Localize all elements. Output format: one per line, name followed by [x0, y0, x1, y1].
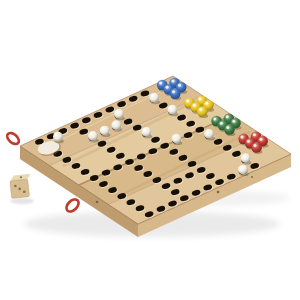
side-dowel-hole-2: [217, 191, 220, 194]
marble-highlight: [240, 135, 243, 138]
marble-highlight: [171, 79, 174, 82]
marble-highlight: [186, 100, 189, 103]
side-dowel-hole-3: [251, 176, 253, 178]
marble-highlight: [166, 86, 169, 89]
board-scene: [0, 0, 300, 300]
marble-highlight: [247, 140, 250, 143]
marble-highlight: [206, 130, 209, 133]
marble-highlight: [151, 94, 154, 97]
ribbon-loop-front: [64, 197, 81, 214]
marble-highlight: [159, 82, 162, 85]
marble-highlight: [240, 166, 243, 169]
marble-white: [168, 105, 178, 115]
marble-white: [114, 109, 124, 119]
marble-white: [238, 165, 248, 175]
ribbon-loop-left: [5, 131, 21, 146]
marble-highlight: [172, 90, 175, 93]
marble-green: [224, 124, 235, 135]
side-dowel-hole-1: [96, 201, 99, 204]
marble-highlight: [220, 122, 223, 125]
marble-highlight: [101, 127, 104, 130]
marble-highlight: [205, 102, 208, 105]
marble-highlight: [232, 120, 235, 123]
marble-white: [241, 153, 251, 163]
marble-highlight: [116, 110, 119, 113]
marble-highlight: [113, 122, 116, 125]
marble-white: [111, 120, 121, 130]
marble-highlight: [55, 133, 58, 136]
marble-highlight: [169, 106, 172, 109]
die-shadow: [10, 198, 34, 204]
marble-white: [149, 93, 159, 103]
product-photo-stage: [0, 0, 300, 300]
marble-highlight: [213, 117, 216, 120]
marble-highlight: [173, 135, 176, 138]
marble-highlight: [90, 132, 93, 135]
marble-highlight: [253, 144, 256, 147]
marble-white: [88, 131, 98, 141]
marble-highlight: [226, 115, 229, 118]
marble-highlight: [143, 128, 146, 131]
marble-highlight: [193, 104, 196, 107]
marble-white: [53, 132, 63, 142]
marble-blue: [170, 88, 181, 99]
marble-highlight: [259, 138, 262, 141]
die: [9, 174, 33, 199]
marble-white: [204, 129, 214, 139]
marble-highlight: [199, 108, 202, 111]
marble-highlight: [242, 155, 245, 158]
marble-white: [100, 126, 110, 136]
marble-highlight: [253, 133, 256, 136]
marble-highlight: [178, 84, 181, 87]
marble-white: [141, 127, 151, 137]
marble-highlight: [199, 97, 202, 100]
marble-yellow: [197, 106, 208, 117]
marble-red: [251, 142, 262, 153]
marble-white: [172, 134, 182, 144]
marble-highlight: [226, 126, 229, 129]
